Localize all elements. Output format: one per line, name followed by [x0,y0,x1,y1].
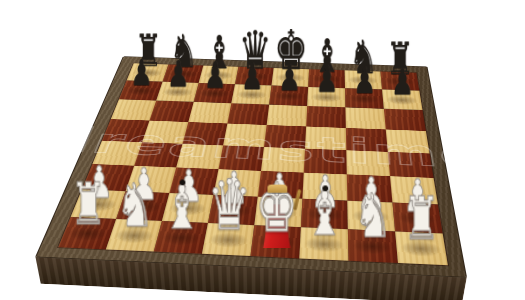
king-gold-crown [266,184,286,192]
square-h6[interactable] [383,109,425,131]
stock-photo-scene: ♜♞♝♛♚♝♞♜♟♟♟♟♟♟♟♟♟♟♟♟♟♟♟♟♜♞♝♛♚♝♞♜ dreamst… [0,0,525,300]
board-squares: ♜♞♝♛♚♝♞♜♟♟♟♟♟♟♟♟♟♟♟♟♟♟♟♟♜♞♝♛♚♝♞♜ [58,63,448,265]
square-h7[interactable]: ♟ [382,89,422,110]
white-rook-icon: ♜ [396,189,445,248]
square-f6[interactable] [306,106,346,128]
bishop-dark-tip [321,185,327,191]
square-h1[interactable]: ♜ [395,231,448,265]
square-e6[interactable] [266,105,307,127]
square-d5[interactable] [223,124,267,148]
square-c5[interactable] [182,122,227,145]
piece-white-rook[interactable]: ♜ [385,189,456,248]
piece-black-pawn[interactable]: ♟ [374,63,429,100]
black-pawn-icon: ♟ [382,63,421,100]
chess-board: ♜♞♝♛♚♝♞♜♟♟♟♟♟♟♟♟♟♟♟♟♟♟♟♟♜♞♝♛♚♝♞♜ dreamst… [35,56,467,277]
square-b5[interactable] [142,121,188,144]
square-a5[interactable] [101,119,148,142]
square-b6[interactable] [149,100,193,122]
square-h5[interactable] [385,129,429,153]
square-g5[interactable] [345,128,387,152]
square-c6[interactable] [188,102,231,124]
bishop-dark-tip [179,179,185,185]
square-f5[interactable] [304,126,345,150]
square-e5[interactable] [263,125,305,149]
square-a6[interactable] [110,99,155,120]
square-g6[interactable] [345,107,385,129]
square-d6[interactable] [227,103,269,125]
